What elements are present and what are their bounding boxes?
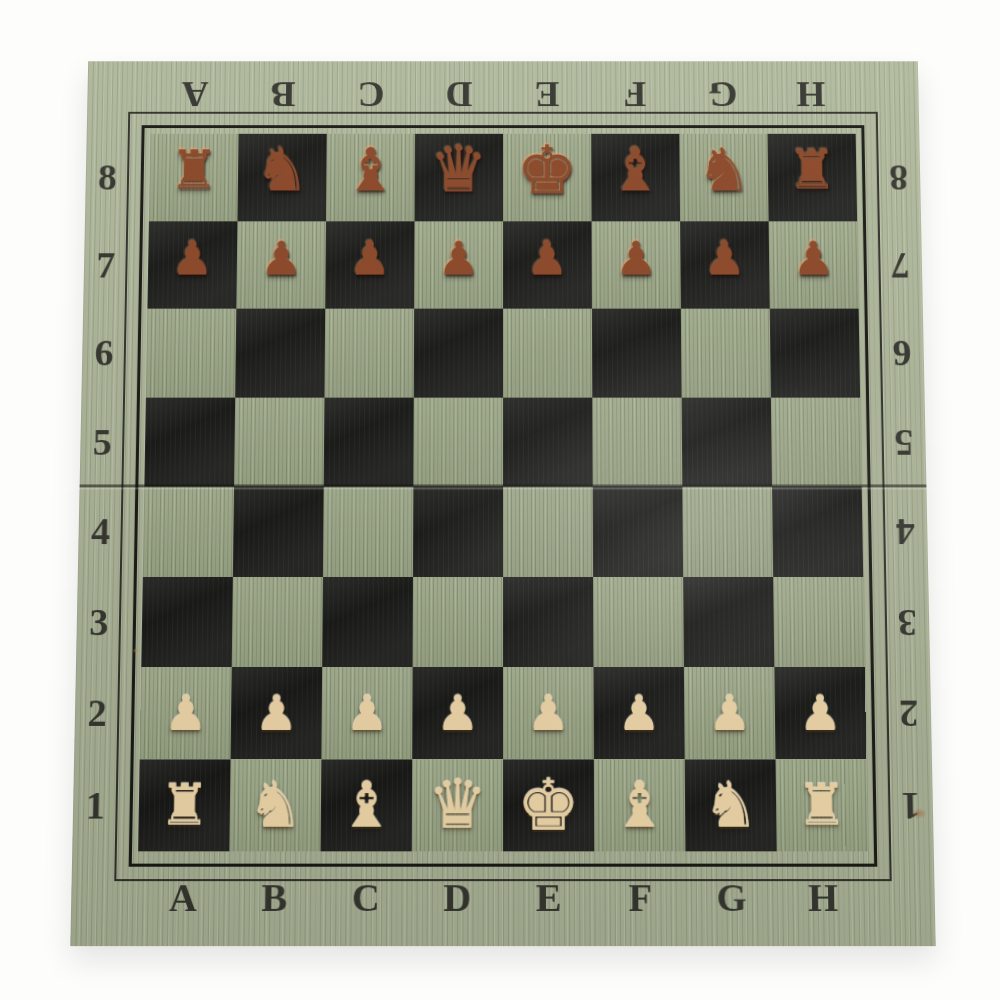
square-c2[interactable]: ♟ [321, 667, 412, 759]
square-a1[interactable]: ♜ [138, 759, 230, 851]
square-f1[interactable]: ♝ [594, 759, 686, 851]
square-h6[interactable] [770, 309, 860, 398]
rank-label-right-7: 7 [878, 221, 923, 309]
square-e3[interactable] [503, 576, 593, 667]
black-queen-d8[interactable]: ♛ [430, 139, 488, 202]
square-d8[interactable]: ♛ [414, 134, 503, 221]
square-b3[interactable] [232, 576, 323, 667]
black-pawn-e7[interactable]: ♟ [526, 235, 569, 282]
square-a4[interactable] [143, 486, 234, 576]
scuff-mark [911, 808, 927, 818]
square-f8[interactable]: ♝ [591, 134, 680, 221]
square-e8[interactable]: ♚ [503, 134, 592, 221]
white-knight-g1[interactable]: ♞ [702, 773, 759, 836]
rank-label-left-8: 8 [85, 134, 130, 221]
square-g5[interactable] [682, 397, 772, 486]
rank-label-right-1: 1 [888, 759, 934, 851]
square-d7[interactable]: ♟ [414, 221, 503, 309]
rank-label-left-1: 1 [72, 759, 118, 851]
black-bishop-f8[interactable]: ♝ [608, 141, 663, 201]
square-c1[interactable]: ♝ [321, 759, 413, 851]
square-a5[interactable] [144, 397, 235, 486]
square-b7[interactable]: ♟ [236, 221, 326, 309]
rank-label-right-8: 8 [876, 134, 921, 221]
black-knight-g8[interactable]: ♞ [696, 141, 751, 201]
square-d6[interactable] [414, 309, 503, 398]
square-b8[interactable]: ♞ [237, 134, 326, 221]
square-e5[interactable] [503, 397, 593, 486]
white-rook-h1[interactable]: ♜ [796, 776, 848, 833]
square-b1[interactable]: ♞ [229, 759, 321, 851]
square-d3[interactable] [413, 576, 503, 667]
square-g2[interactable]: ♟ [684, 667, 776, 759]
white-pawn-b2[interactable]: ♟ [254, 689, 298, 738]
square-c8[interactable]: ♝ [326, 134, 415, 221]
black-pawn-g7[interactable]: ♟ [703, 235, 746, 282]
white-pawn-d2[interactable]: ♟ [436, 689, 479, 738]
speck-mark [132, 648, 138, 653]
square-a6[interactable] [146, 309, 236, 398]
square-f7[interactable]: ♟ [592, 221, 681, 309]
square-g1[interactable]: ♞ [685, 759, 777, 851]
square-d4[interactable] [413, 486, 503, 576]
square-f6[interactable] [592, 309, 682, 398]
photo-background: ABCDEFGH ABCDEFGH 87654321 87654321 ♜♞♝♛… [0, 0, 1000, 1000]
square-c5[interactable] [324, 397, 414, 486]
square-e7[interactable]: ♟ [503, 221, 592, 309]
rank-label-right-2: 2 [886, 667, 932, 759]
white-pawn-c2[interactable]: ♟ [345, 689, 389, 738]
square-h2[interactable]: ♟ [774, 667, 866, 759]
square-b6[interactable] [235, 309, 325, 398]
rank-label-right-3: 3 [884, 576, 930, 667]
square-g4[interactable] [682, 486, 773, 576]
white-bishop-c1[interactable]: ♝ [338, 773, 395, 836]
white-pawn-e2[interactable]: ♟ [527, 689, 570, 738]
black-pawn-d7[interactable]: ♟ [437, 235, 480, 282]
square-h4[interactable] [772, 486, 863, 576]
board-squares: ♜♞♝♛♚♝♞♜♟♟♟♟♟♟♟♟♟♟♟♟♟♟♟♟♜♞♝♛♚♝♞♜ [138, 134, 868, 852]
square-h1[interactable]: ♜ [775, 759, 867, 851]
square-g6[interactable] [681, 309, 771, 398]
black-rook-a8[interactable]: ♜ [169, 144, 219, 198]
square-f3[interactable] [593, 576, 684, 667]
square-h3[interactable] [773, 576, 865, 667]
black-pawn-h7[interactable]: ♟ [792, 235, 835, 282]
white-pawn-g2[interactable]: ♟ [708, 689, 752, 738]
square-a3[interactable] [141, 576, 233, 667]
square-d1[interactable]: ♛ [412, 759, 503, 851]
white-pawn-a2[interactable]: ♟ [164, 689, 208, 738]
rank-label-left-2: 2 [74, 667, 120, 759]
black-king-e8[interactable]: ♚ [516, 137, 578, 204]
square-c4[interactable] [323, 486, 413, 576]
white-bishop-f1[interactable]: ♝ [611, 773, 668, 836]
square-e4[interactable] [503, 486, 593, 576]
black-bishop-c8[interactable]: ♝ [343, 141, 398, 201]
rank-label-left-4: 4 [78, 486, 124, 576]
square-e1[interactable]: ♚ [503, 759, 594, 851]
square-d2[interactable]: ♟ [412, 667, 503, 759]
square-c7[interactable]: ♟ [325, 221, 414, 309]
fold-seam [80, 484, 927, 487]
square-a2[interactable]: ♟ [140, 667, 232, 759]
square-e2[interactable]: ♟ [503, 667, 594, 759]
square-g7[interactable]: ♟ [680, 221, 770, 309]
rank-label-right-5: 5 [881, 397, 926, 486]
square-h8[interactable]: ♜ [767, 134, 857, 221]
square-d5[interactable] [413, 397, 503, 486]
square-a8[interactable]: ♜ [149, 134, 239, 221]
white-pawn-h2[interactable]: ♟ [798, 689, 842, 738]
square-b4[interactable] [233, 486, 324, 576]
square-h5[interactable] [771, 397, 862, 486]
square-a7[interactable]: ♟ [147, 221, 237, 309]
white-rook-a1[interactable]: ♜ [159, 776, 211, 833]
black-knight-b8[interactable]: ♞ [255, 141, 310, 201]
square-c3[interactable] [322, 576, 413, 667]
square-g8[interactable]: ♞ [679, 134, 768, 221]
white-pawn-f2[interactable]: ♟ [617, 689, 661, 738]
black-pawn-a7[interactable]: ♟ [171, 235, 214, 282]
square-f2[interactable]: ♟ [593, 667, 684, 759]
rank-label-left-7: 7 [83, 221, 128, 309]
square-b2[interactable]: ♟ [231, 667, 323, 759]
rank-label-right-4: 4 [883, 486, 929, 576]
black-rook-h8[interactable]: ♜ [787, 144, 837, 198]
black-pawn-f7[interactable]: ♟ [615, 235, 658, 282]
square-f5[interactable] [592, 397, 682, 486]
rank-label-left-6: 6 [81, 309, 126, 398]
square-f4[interactable] [593, 486, 683, 576]
white-queen-d1[interactable]: ♛ [427, 771, 487, 838]
black-pawn-c7[interactable]: ♟ [349, 235, 392, 282]
rank-label-left-5: 5 [80, 397, 125, 486]
rank-label-right-6: 6 [879, 309, 924, 398]
white-king-e1[interactable]: ♚ [517, 769, 581, 840]
square-c6[interactable] [324, 309, 414, 398]
square-g3[interactable] [683, 576, 774, 667]
rank-label-left-3: 3 [76, 576, 122, 667]
white-knight-b1[interactable]: ♞ [247, 773, 304, 836]
chess-board: ABCDEFGH ABCDEFGH 87654321 87654321 ♜♞♝♛… [70, 61, 935, 946]
square-b5[interactable] [234, 397, 324, 486]
black-pawn-b7[interactable]: ♟ [260, 235, 303, 282]
square-e6[interactable] [503, 309, 592, 398]
square-h7[interactable]: ♟ [769, 221, 859, 309]
